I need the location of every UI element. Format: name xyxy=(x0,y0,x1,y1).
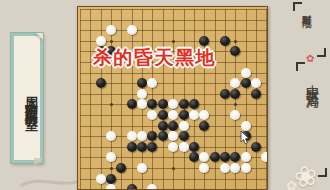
white-stone xyxy=(168,110,178,120)
left-scroll-banner: 周子翀围棋教室 xyxy=(11,33,43,163)
white-stone xyxy=(241,121,251,131)
black-stone xyxy=(116,163,126,173)
corner-bracket-icon xyxy=(317,48,326,57)
white-stone xyxy=(147,184,157,190)
white-stone xyxy=(96,174,106,184)
star-point xyxy=(110,103,113,106)
white-stone xyxy=(230,78,240,88)
white-stone xyxy=(127,25,137,35)
corner-bracket-icon xyxy=(318,168,327,177)
black-stone xyxy=(230,152,240,162)
paper-curl-bottom-icon xyxy=(34,158,42,164)
black-stone xyxy=(230,89,240,99)
black-stone xyxy=(158,121,168,131)
star-point xyxy=(110,40,113,43)
white-stone xyxy=(261,152,268,162)
video-thumbnail-screen: 周子翀围棋教室 杀的昏天黑地 对野狐七段 ✿ 中段示范对局 ❀ ✿ xyxy=(0,0,330,190)
black-stone xyxy=(189,99,199,109)
caption-opponent: 对野狐七段 xyxy=(298,6,314,56)
black-stone xyxy=(189,142,199,152)
white-stone xyxy=(251,78,261,88)
white-stone xyxy=(137,89,147,99)
black-stone xyxy=(241,78,251,88)
white-stone xyxy=(241,152,251,162)
black-stone xyxy=(179,110,189,120)
black-stone xyxy=(220,152,230,162)
white-stone xyxy=(199,110,209,120)
white-stone xyxy=(230,110,240,120)
go-board xyxy=(77,6,268,190)
black-stone xyxy=(147,131,157,141)
white-stone xyxy=(241,68,251,78)
white-stone xyxy=(106,184,116,190)
white-stone xyxy=(168,131,178,141)
white-flower-small-icon: ✿ xyxy=(286,178,297,190)
grid-line-horizontal xyxy=(80,189,267,190)
white-stone xyxy=(106,152,116,162)
overlay-title: 杀的昏天黑地 xyxy=(93,45,216,71)
black-stone xyxy=(220,36,230,46)
black-stone xyxy=(158,110,168,120)
grid-line-vertical xyxy=(215,9,216,190)
black-stone xyxy=(96,78,106,88)
black-stone xyxy=(127,99,137,109)
star-point xyxy=(172,167,175,170)
grid-line-vertical xyxy=(80,9,81,190)
white-stone xyxy=(106,25,116,35)
white-stone xyxy=(137,163,147,173)
corner-bracket-icon xyxy=(296,62,305,71)
black-stone xyxy=(137,78,147,88)
star-point xyxy=(234,40,237,43)
paper-curl-icon xyxy=(36,33,43,40)
star-point xyxy=(172,40,175,43)
black-stone xyxy=(251,89,261,99)
white-stone xyxy=(147,78,157,88)
white-stone xyxy=(199,152,209,162)
black-stone xyxy=(230,46,240,56)
grid-line-vertical xyxy=(111,9,112,190)
red-flower-icon: ✿ xyxy=(306,53,314,64)
white-stone xyxy=(168,142,178,152)
black-stone xyxy=(137,142,147,152)
grid-line-vertical xyxy=(256,9,257,190)
black-stone xyxy=(127,142,137,152)
black-stone xyxy=(210,152,220,162)
white-stone xyxy=(220,163,230,173)
white-stone xyxy=(168,99,178,109)
black-stone xyxy=(158,131,168,141)
black-stone xyxy=(147,142,157,152)
black-stone xyxy=(168,121,178,131)
star-point xyxy=(234,103,237,106)
white-stone xyxy=(179,142,189,152)
white-stone xyxy=(106,131,116,141)
black-stone xyxy=(147,99,157,109)
black-stone xyxy=(106,174,116,184)
black-stone xyxy=(127,184,137,190)
black-stone xyxy=(179,131,189,141)
white-stone xyxy=(189,110,199,120)
black-stone xyxy=(199,121,209,131)
banner-vertical-text: 周子翀围棋教室 xyxy=(14,40,40,156)
white-stone xyxy=(137,131,147,141)
star-point xyxy=(110,167,113,170)
white-stone xyxy=(199,163,209,173)
white-stone xyxy=(147,110,157,120)
white-stone xyxy=(137,99,147,109)
black-stone xyxy=(220,89,230,99)
black-stone xyxy=(158,99,168,109)
white-stone xyxy=(127,131,137,141)
white-stone xyxy=(230,163,240,173)
mouse-cursor-icon xyxy=(240,131,250,145)
grid-line-vertical xyxy=(266,9,267,190)
white-stone xyxy=(241,163,251,173)
black-stone xyxy=(179,99,189,109)
black-stone xyxy=(251,142,261,152)
grid-line-vertical xyxy=(90,9,91,190)
white-stone xyxy=(179,121,189,131)
black-stone xyxy=(189,152,199,162)
